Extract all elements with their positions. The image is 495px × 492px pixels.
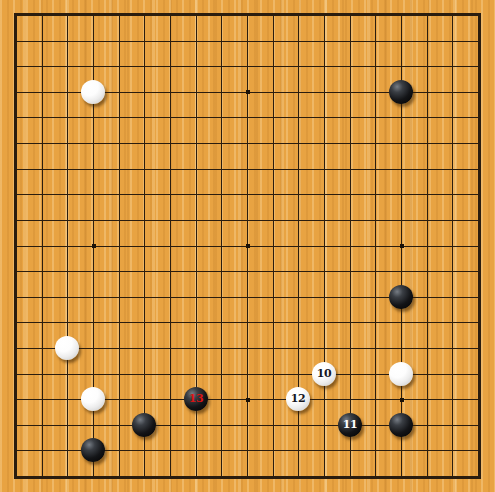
move-number-label: 13 [184, 387, 208, 411]
grid-line-vertical [350, 15, 351, 477]
grid-line-vertical [375, 15, 376, 477]
grid-line-horizontal [16, 322, 479, 323]
stone-black-h4: 13 [184, 387, 208, 411]
grid-line-vertical [273, 15, 274, 477]
grid-line-horizontal [16, 271, 479, 272]
stone-black-o3: 11 [338, 413, 362, 437]
stone-black-q3 [389, 413, 413, 437]
grid-line-horizontal [16, 348, 479, 349]
go-board[interactable]: 10131211 [0, 0, 495, 492]
star-point [246, 90, 250, 94]
stone-white-q5 [389, 362, 413, 386]
stone-black-d2 [81, 438, 105, 462]
stone-black-q8 [389, 285, 413, 309]
grid-line-vertical [478, 15, 479, 477]
stone-white-d4 [81, 387, 105, 411]
grid-line-vertical [427, 15, 428, 477]
move-number-label: 12 [286, 387, 310, 411]
star-point [400, 398, 404, 402]
stone-white-c6 [55, 336, 79, 360]
star-point [246, 244, 250, 248]
stone-white-n5: 10 [312, 362, 336, 386]
star-point [92, 244, 96, 248]
stone-white-d16 [81, 80, 105, 104]
stone-black-q16 [389, 80, 413, 104]
star-point [400, 244, 404, 248]
move-number-label: 11 [338, 413, 362, 437]
stone-black-f3 [132, 413, 156, 437]
move-number-label: 10 [312, 362, 336, 386]
star-point [246, 398, 250, 402]
stone-white-m4: 12 [286, 387, 310, 411]
grid-line-vertical [324, 15, 325, 477]
grid-line-horizontal [16, 476, 479, 477]
grid-line-vertical [452, 15, 453, 477]
